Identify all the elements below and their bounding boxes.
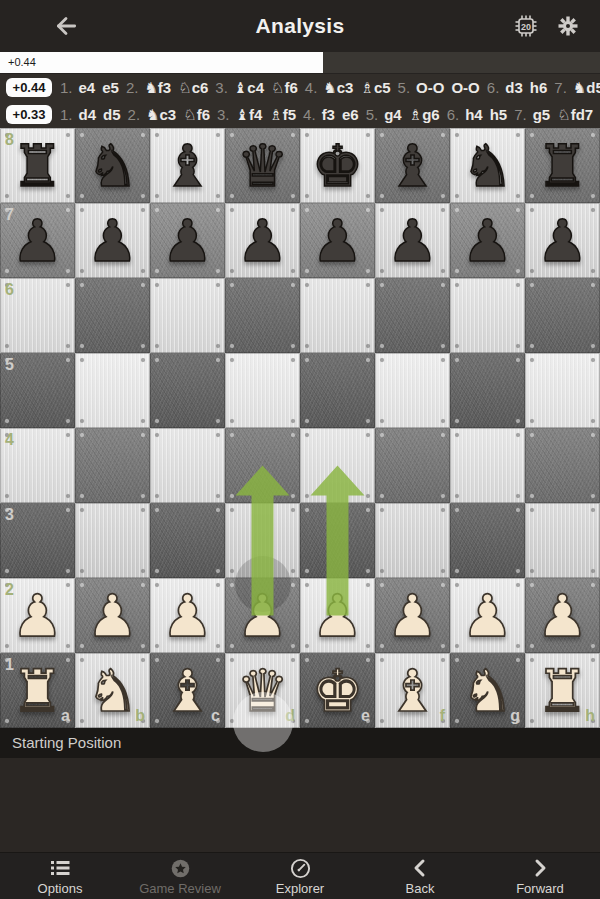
black-knight: ♞ (75, 128, 150, 203)
square-e4[interactable] (300, 428, 375, 503)
white-king: ♚ (300, 653, 375, 728)
square-c2[interactable]: ♟ (150, 578, 225, 653)
square-c4[interactable] (150, 428, 225, 503)
white-pawn: ♟ (450, 578, 525, 653)
file-label-a: a (61, 708, 70, 724)
square-a6[interactable]: 6 (0, 278, 75, 353)
square-e8[interactable]: ♚ (300, 128, 375, 203)
square-h2[interactable]: ♟ (525, 578, 600, 653)
square-c7[interactable]: ♟ (150, 203, 225, 278)
square-b6[interactable] (75, 278, 150, 353)
square-c8[interactable]: ♝ (150, 128, 225, 203)
evaluation-bar-white-fill (0, 52, 323, 73)
square-h5[interactable] (525, 353, 600, 428)
white-pawn: ♟ (300, 578, 375, 653)
square-a1[interactable]: 1a♜ (0, 653, 75, 728)
black-king: ♚ (300, 128, 375, 203)
line-2-moves: 1.d4d52.♞c3♘f63.♝f4♗f54.f3e65.g4♗g66.h4h… (60, 106, 600, 124)
square-c3[interactable] (150, 503, 225, 578)
white-bishop: ♝ (150, 653, 225, 728)
square-f4[interactable] (375, 428, 450, 503)
back-arrow-icon (52, 13, 80, 39)
square-b7[interactable]: ♟ (75, 203, 150, 278)
black-pawn: ♟ (375, 203, 450, 278)
file-label-c: c (211, 708, 220, 724)
square-f8[interactable]: ♝ (375, 128, 450, 203)
rank-label-8: 8 (5, 132, 14, 148)
evaluation-bar: +0.44 (0, 52, 600, 73)
black-bishop: ♝ (150, 128, 225, 203)
square-g7[interactable]: ♟ (450, 203, 525, 278)
square-a3[interactable]: 3 (0, 503, 75, 578)
square-b3[interactable] (75, 503, 150, 578)
square-d1[interactable]: d♛ (225, 653, 300, 728)
black-queen: ♛ (225, 128, 300, 203)
star-circle-icon (170, 858, 191, 878)
black-rook: ♜ (0, 128, 75, 203)
chevron-left-icon (411, 858, 429, 878)
square-e5[interactable] (300, 353, 375, 428)
white-knight: ♞ (450, 653, 525, 728)
square-f1[interactable]: f♝ (375, 653, 450, 728)
square-e2[interactable]: ♟ (300, 578, 375, 653)
white-pawn: ♟ (0, 578, 75, 653)
move-list-status: Starting Position (0, 728, 600, 758)
line-2-eval-badge: +0.33 (6, 105, 52, 124)
square-e6[interactable] (300, 278, 375, 353)
square-b1[interactable]: b♞ (75, 653, 150, 728)
square-g4[interactable] (450, 428, 525, 503)
engine-line-1[interactable]: +0.44 1.e4e52.♞f3♘c63.♝c4♘f64.♞c3♗c55.O-… (0, 74, 600, 101)
square-d7[interactable]: ♟ (225, 203, 300, 278)
square-g3[interactable] (450, 503, 525, 578)
file-label-e: e (361, 708, 370, 724)
engine-chip-icon: 20 (512, 12, 540, 40)
file-label-b: b (135, 708, 145, 724)
file-label-g: g (510, 708, 520, 724)
forward-label: Forward (516, 881, 564, 896)
square-a2[interactable]: 2♟ (0, 578, 75, 653)
square-b8[interactable]: ♞ (75, 128, 150, 203)
rank-label-1: 1 (5, 657, 14, 673)
square-d3[interactable] (225, 503, 300, 578)
page-title: Analysis (0, 14, 600, 38)
file-label-f: f (440, 708, 445, 724)
rank-label-5: 5 (5, 357, 14, 373)
gear-icon (556, 14, 580, 38)
square-f6[interactable] (375, 278, 450, 353)
rank-label-2: 2 (5, 582, 14, 598)
square-a8[interactable]: 8♜ (0, 128, 75, 203)
options-list-icon (50, 858, 70, 878)
move-list-panel (0, 758, 600, 852)
rank-label-7: 7 (5, 207, 14, 223)
explorer-button[interactable]: Explorer (240, 853, 360, 899)
compass-icon (290, 858, 311, 878)
square-f3[interactable] (375, 503, 450, 578)
square-d4[interactable] (225, 428, 300, 503)
line-1-eval-badge: +0.44 (6, 78, 52, 97)
engine-line-2[interactable]: +0.33 1.d4d52.♞c3♘f63.♝f4♗f54.f3e65.g4♗g… (0, 101, 600, 128)
square-b4[interactable] (75, 428, 150, 503)
white-rook: ♜ (525, 653, 600, 728)
white-pawn: ♟ (375, 578, 450, 653)
bottom-navigation: Options Game Review Explorer Back (0, 852, 600, 899)
square-g1[interactable]: g♞ (450, 653, 525, 728)
square-g5[interactable] (450, 353, 525, 428)
white-pawn: ♟ (225, 578, 300, 653)
explorer-label: Explorer (276, 881, 324, 896)
square-h4[interactable] (525, 428, 600, 503)
square-b5[interactable] (75, 353, 150, 428)
engine-depth-button[interactable]: 20 (512, 13, 540, 39)
black-knight: ♞ (450, 128, 525, 203)
forward-move-button[interactable]: Forward (480, 853, 600, 899)
file-label-h: h (585, 708, 595, 724)
square-h3[interactable] (525, 503, 600, 578)
game-review-button[interactable]: Game Review (120, 853, 240, 899)
options-label: Options (38, 881, 83, 896)
square-h7[interactable]: ♟ (525, 203, 600, 278)
black-pawn: ♟ (300, 203, 375, 278)
black-rook: ♜ (525, 128, 600, 203)
black-bishop: ♝ (375, 128, 450, 203)
square-c5[interactable] (150, 353, 225, 428)
square-d8[interactable]: ♛ (225, 128, 300, 203)
square-a4[interactable]: 4 (0, 428, 75, 503)
white-rook: ♜ (0, 653, 75, 728)
square-e1[interactable]: e♚ (300, 653, 375, 728)
square-g2[interactable]: ♟ (450, 578, 525, 653)
square-g8[interactable]: ♞ (450, 128, 525, 203)
rank-label-3: 3 (5, 507, 14, 523)
black-pawn: ♟ (150, 203, 225, 278)
white-queen: ♛ (225, 653, 300, 728)
white-bishop: ♝ (375, 653, 450, 728)
back-arrow-button[interactable] (52, 13, 80, 39)
square-f7[interactable]: ♟ (375, 203, 450, 278)
square-c1[interactable]: c♝ (150, 653, 225, 728)
square-a5[interactable]: 5 (0, 353, 75, 428)
square-f5[interactable] (375, 353, 450, 428)
square-a7[interactable]: 7♟ (0, 203, 75, 278)
white-pawn: ♟ (525, 578, 600, 653)
square-h6[interactable] (525, 278, 600, 353)
square-d5[interactable] (225, 353, 300, 428)
settings-button[interactable] (554, 13, 582, 39)
file-label-d: d (285, 708, 295, 724)
back-label: Back (406, 881, 435, 896)
square-h8[interactable]: ♜ (525, 128, 600, 203)
chevron-right-icon (531, 858, 549, 878)
white-knight: ♞ (75, 653, 150, 728)
square-f2[interactable]: ♟ (375, 578, 450, 653)
square-d2[interactable]: ♟ (225, 578, 300, 653)
square-b2[interactable]: ♟ (75, 578, 150, 653)
line-1-moves: 1.e4e52.♞f3♘c63.♝c4♘f64.♞c3♗c55.O-OO-O6.… (60, 79, 600, 97)
chess-board: 8♜♞♝♛♚♝♞♜7♟♟♟♟♟♟♟♟65432♟♟♟♟♟♟♟♟1a♜b♞c♝d♛… (0, 128, 600, 728)
white-pawn: ♟ (150, 578, 225, 653)
black-pawn: ♟ (75, 203, 150, 278)
square-e7[interactable]: ♟ (300, 203, 375, 278)
square-h1[interactable]: h♜ (525, 653, 600, 728)
square-c6[interactable] (150, 278, 225, 353)
engine-lines: +0.44 1.e4e52.♞f3♘c63.♝c4♘f64.♞c3♗c55.O-… (0, 73, 600, 128)
back-move-button[interactable]: Back (360, 853, 480, 899)
square-e3[interactable] (300, 503, 375, 578)
svg-text:20: 20 (521, 22, 531, 32)
chess-board-container: 8♜♞♝♛♚♝♞♜7♟♟♟♟♟♟♟♟65432♟♟♟♟♟♟♟♟1a♜b♞c♝d♛… (0, 128, 600, 728)
square-g6[interactable] (450, 278, 525, 353)
black-pawn: ♟ (225, 203, 300, 278)
top-app-bar: Analysis 20 (0, 0, 600, 52)
black-pawn: ♟ (525, 203, 600, 278)
square-d6[interactable] (225, 278, 300, 353)
options-button[interactable]: Options (0, 853, 120, 899)
black-pawn: ♟ (0, 203, 75, 278)
evaluation-value: +0.44 (8, 52, 36, 73)
game-review-label: Game Review (139, 881, 221, 896)
rank-label-4: 4 (5, 432, 14, 448)
rank-label-6: 6 (5, 282, 14, 298)
white-pawn: ♟ (75, 578, 150, 653)
black-pawn: ♟ (450, 203, 525, 278)
